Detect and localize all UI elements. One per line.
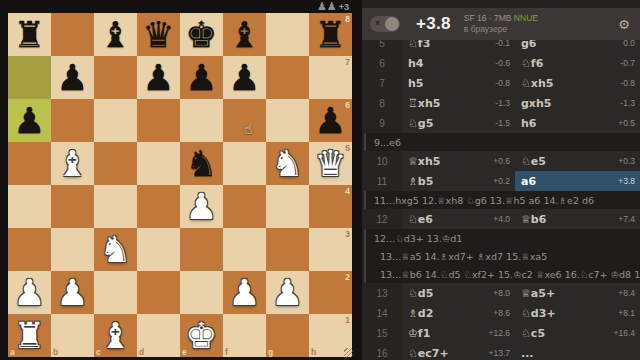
black-move-16[interactable]: ... (515, 343, 640, 360)
engine-name: SF 16 · 7MB (464, 13, 512, 23)
move-number: 14 (362, 303, 402, 323)
black-move-8[interactable]: gxh5-1.3 (515, 93, 640, 113)
square-h5[interactable]: ♛5 (309, 142, 352, 185)
white-move-7[interactable]: h5-0.8 (402, 73, 515, 93)
square-g3[interactable] (266, 228, 309, 271)
square-d2[interactable] (137, 271, 180, 314)
move-row-16: 16♘ec7++13.7... (362, 343, 640, 360)
piece-white-pawn[interactable]: ♟ (180, 185, 223, 228)
white-move-16[interactable]: ♘ec7++13.7 (402, 343, 515, 360)
black-move-15[interactable]: ♘c5+16.4 (515, 323, 640, 343)
square-c8[interactable]: ♝ (94, 13, 137, 56)
engine-header: × +3.8 SF 16 · 7MB NNUE в браузере ⚙ (362, 8, 640, 40)
move-row-7: 7h5-0.8♘xh5-0.8 (362, 73, 640, 93)
piece-white-pawn[interactable]: ♟ (51, 271, 94, 314)
move-eval: -1.3 (495, 98, 510, 108)
move-eval: +12.6 (488, 328, 510, 338)
piece-black-bishop[interactable]: ♝ (223, 13, 266, 56)
move-san: ♘e6 (408, 213, 433, 226)
piece-black-pawn[interactable]: ♟ (180, 56, 223, 99)
square-c7[interactable] (94, 56, 137, 99)
move-san: ♘c5 (521, 327, 545, 340)
square-b4[interactable] (51, 185, 94, 228)
move-eval: +8.0 (493, 288, 510, 298)
move-eval: +7.4 (618, 214, 635, 224)
board-resize-handle[interactable] (344, 348, 354, 358)
engine-location: в браузере (464, 24, 538, 35)
black-move-11[interactable]: a6+3.8 (515, 171, 640, 191)
coord-rank-3: 3 (345, 230, 350, 239)
square-g4[interactable] (266, 185, 309, 228)
move-san: ♘d5 (408, 287, 433, 300)
square-a8[interactable]: ♜ (8, 13, 51, 56)
move-san: ♔f1 (408, 327, 430, 340)
square-e3[interactable] (180, 228, 223, 271)
move-number: 16 (362, 343, 402, 360)
square-c4[interactable] (94, 185, 137, 228)
square-b1[interactable]: b (51, 314, 94, 357)
coord-rank-6: 6 (345, 101, 350, 110)
toggle-knob[interactable] (385, 17, 399, 31)
piece-white-pawn[interactable]: ♟ (223, 271, 266, 314)
square-f4[interactable] (223, 185, 266, 228)
square-h3[interactable]: 3 (309, 228, 352, 271)
move-san: a6 (521, 175, 536, 188)
square-a2[interactable]: ♟ (8, 271, 51, 314)
square-f2[interactable]: ♟ (223, 271, 266, 314)
engine-eval: +3.8 (416, 14, 451, 34)
square-f3[interactable] (223, 228, 266, 271)
square-a1[interactable]: ♜a (8, 314, 51, 357)
piece-white-bishop[interactable]: ♝ (51, 142, 94, 185)
coord-rank-4: 4 (345, 187, 350, 196)
move-row-8: 8♖xh5-1.3gxh5-1.3 (362, 93, 640, 113)
move-eval: +8.6 (493, 308, 510, 318)
coord-file-a: a (10, 348, 15, 357)
move-eval: +0.2 (493, 176, 510, 186)
coord-rank-7: 7 (345, 58, 350, 67)
white-move-8[interactable]: ♖xh5-1.3 (402, 93, 515, 113)
move-eval: +0.3 (618, 156, 635, 166)
white-move-13[interactable]: ♘d5+8.0 (402, 283, 515, 303)
square-e5[interactable]: ♞ (180, 142, 223, 185)
square-e8[interactable]: ♚ (180, 13, 223, 56)
move-san: gxh5 (521, 97, 551, 110)
square-g7[interactable] (266, 56, 309, 99)
variation-line[interactable]: 13...♕a5 14.♗xd7+ ♗xd7 15.♕xa5 (364, 247, 640, 265)
white-move-14[interactable]: ♗d2+8.6 (402, 303, 515, 323)
variation-line[interactable]: 13...♕b6 14.♘d5 ♘xf2+ 15.♔c2 ♕xe6 16.♘c7… (364, 265, 640, 283)
square-b5[interactable]: ♝ (51, 142, 94, 185)
black-move-12[interactable]: ♕b6+7.4 (515, 209, 640, 229)
square-c3[interactable]: ♞ (94, 228, 137, 271)
move-row-10: 10♕xh5+0.6♘e5+0.3 (362, 151, 640, 171)
move-eval: -0.7 (620, 58, 635, 68)
move-eval: +0.6 (493, 156, 510, 166)
move-san: ♖xh5 (408, 97, 440, 110)
move-san: ♘g5 (408, 117, 433, 130)
variation-line[interactable]: 11...hxg5 12.♕xh8 ♘g6 13.♕h5 a6 14.♗e2 d… (364, 191, 640, 209)
coord-file-g: g (268, 348, 273, 357)
toggle-close-icon: × (375, 19, 380, 28)
move-eval: +13.7 (488, 348, 510, 358)
square-g8[interactable] (266, 13, 309, 56)
move-eval: -0.8 (495, 78, 510, 88)
coord-rank-5: 5 (345, 144, 350, 153)
square-f7[interactable]: ♟ (223, 56, 266, 99)
engine-nnue-badge: NNUE (514, 13, 538, 23)
move-san: ♘e5 (521, 155, 546, 168)
square-f8[interactable]: ♝ (223, 13, 266, 56)
square-d5[interactable] (137, 142, 180, 185)
move-san: ♕xh5 (408, 155, 440, 168)
engine-info: SF 16 · 7MB NNUE в браузере (464, 13, 538, 34)
move-san: h4 (408, 57, 424, 70)
gear-icon[interactable]: ⚙ (618, 17, 630, 32)
piece-white-knight[interactable]: ♞ (266, 142, 309, 185)
move-number: 8 (362, 93, 402, 113)
coord-file-h: h (311, 348, 316, 357)
move-number: 10 (362, 151, 402, 171)
coord-rank-2: 2 (345, 273, 350, 282)
piece-black-bishop[interactable]: ♝ (94, 13, 137, 56)
coord-file-d: d (139, 348, 144, 357)
black-move-7[interactable]: ♘xh5-0.8 (515, 73, 640, 93)
square-d1[interactable]: d (137, 314, 180, 357)
square-d7[interactable]: ♟ (137, 56, 180, 99)
square-e7[interactable]: ♟ (180, 56, 223, 99)
piece-black-pawn[interactable]: ♟ (8, 99, 51, 142)
square-a4[interactable] (8, 185, 51, 228)
square-g2[interactable]: ♟ (266, 271, 309, 314)
square-d6[interactable] (137, 99, 180, 142)
move-eval: +3.8 (618, 176, 635, 186)
square-b3[interactable] (51, 228, 94, 271)
square-e1[interactable]: ♚e (180, 314, 223, 357)
variation-line[interactable]: 12...♘d3+ 13.♔d1 (364, 229, 640, 247)
move-san: ♘xh5 (521, 77, 553, 90)
piece-black-pawn[interactable]: ♟ (137, 56, 180, 99)
piece-black-rook[interactable]: ♜ (8, 13, 51, 56)
square-e4[interactable]: ♟ (180, 185, 223, 228)
material-advantage: +3 (339, 2, 349, 12)
move-number: 12 (362, 209, 402, 229)
move-san: ... (521, 347, 534, 360)
piece-black-queen[interactable]: ♛ (137, 13, 180, 56)
piece-black-knight[interactable]: ♞ (180, 142, 223, 185)
move-eval: -1.5 (495, 118, 510, 128)
move-san: ♕b6 (521, 213, 546, 226)
white-move-11[interactable]: ♗b5+0.2 (402, 171, 515, 191)
move-eval: -1.3 (620, 98, 635, 108)
move-eval: +0.5 (618, 118, 635, 128)
white-move-12[interactable]: ♘e6+4.0 (402, 209, 515, 229)
coord-file-e: e (182, 348, 187, 357)
move-row-9: 9♘g5-1.5h6+0.5 (362, 113, 640, 133)
square-h6[interactable]: ♟6 (309, 99, 352, 142)
move-number: 15 (362, 323, 402, 343)
piece-white-pawn[interactable]: ♟ (8, 271, 51, 314)
square-c1[interactable]: ♝c (94, 314, 137, 357)
engine-toggle[interactable]: × (370, 16, 400, 32)
move-number: 9 (362, 113, 402, 133)
black-move-10[interactable]: ♘e5+0.3 (515, 151, 640, 171)
square-h7[interactable]: 7 (309, 56, 352, 99)
square-f5[interactable] (223, 142, 266, 185)
piece-black-pawn[interactable]: ♟ (51, 56, 94, 99)
piece-white-pawn[interactable]: ♟ (266, 271, 309, 314)
variation-line[interactable]: 9...e6 (364, 133, 640, 151)
move-row-14: 14♗d2+8.6♘d3++8.1 (362, 303, 640, 323)
square-g6[interactable] (266, 99, 309, 142)
black-move-14[interactable]: ♘d3++8.1 (515, 303, 640, 323)
black-move-9[interactable]: h6+0.5 (515, 113, 640, 133)
piece-black-king[interactable]: ♚ (180, 13, 223, 56)
square-a5[interactable] (8, 142, 51, 185)
square-c5[interactable] (94, 142, 137, 185)
move-eval: +8.4 (618, 288, 635, 298)
square-h2[interactable]: 2 (309, 271, 352, 314)
white-move-15[interactable]: ♔f1+12.6 (402, 323, 515, 343)
white-move-10[interactable]: ♕xh5+0.6 (402, 151, 515, 171)
square-a7[interactable] (8, 56, 51, 99)
square-h8[interactable]: ♜8 (309, 13, 352, 56)
move-san: ♗d2 (408, 307, 433, 320)
move-san: h6 (521, 117, 537, 130)
square-f1[interactable]: f (223, 314, 266, 357)
coord-file-f: f (225, 348, 228, 357)
piece-black-pawn[interactable]: ♟ (223, 56, 266, 99)
piece-white-knight[interactable]: ♞ (94, 228, 137, 271)
analysis-app: ♟ ♟ +3 ♜♝♛♚♝♜8♟♟♟♟7♟♟6♝♞♞♛5♟4♞3♟♟♟♟2♜ab♝… (0, 0, 640, 360)
move-eval: +4.0 (493, 214, 510, 224)
material-bar: ♟ ♟ +3 (0, 0, 352, 13)
cursor-hand-icon: ☝ (244, 121, 253, 137)
white-move-9[interactable]: ♘g5-1.5 (402, 113, 515, 133)
move-row-12: 12♘e6+4.0♕b6+7.4 (362, 209, 640, 229)
move-number: 7 (362, 73, 402, 93)
coord-file-b: b (53, 348, 58, 357)
coord-rank-8: 8 (345, 15, 350, 24)
square-b2[interactable]: ♟ (51, 271, 94, 314)
square-d3[interactable] (137, 228, 180, 271)
captured-pawn-icon: ♟ (327, 1, 337, 12)
move-number: 13 (362, 283, 402, 303)
move-eval: -0.6 (495, 58, 510, 68)
move-number: 6 (362, 53, 402, 73)
move-san: h5 (408, 77, 424, 90)
move-eval: -0.8 (620, 78, 635, 88)
square-h4[interactable]: 4 (309, 185, 352, 228)
square-g1[interactable]: g (266, 314, 309, 357)
square-e2[interactable] (180, 271, 223, 314)
white-move-6[interactable]: h4-0.6 (402, 53, 515, 73)
black-move-6[interactable]: ♘f6-0.7 (515, 53, 640, 73)
square-e6[interactable] (180, 99, 223, 142)
move-san: ♘f6 (521, 57, 543, 70)
move-row-15: 15♔f1+12.6♘c5+16.4 (362, 323, 640, 343)
square-b7[interactable]: ♟ (51, 56, 94, 99)
coord-file-c: c (96, 348, 101, 357)
move-eval: +8.1 (618, 308, 635, 318)
chess-board[interactable]: ♜♝♛♚♝♜8♟♟♟♟7♟♟6♝♞♞♛5♟4♞3♟♟♟♟2♜ab♝cd♚efg1… (8, 13, 352, 357)
analysis-panel: × +3.8 SF 16 · 7MB NNUE в браузере ⚙ 5♘f… (362, 0, 640, 360)
move-san: ♘d3+ (521, 307, 556, 320)
square-b8[interactable] (51, 13, 94, 56)
square-d8[interactable]: ♛ (137, 13, 180, 56)
move-row-11: 11♗b5+0.2a6+3.8 (362, 171, 640, 191)
move-san: ♗b5 (408, 175, 433, 188)
square-b6[interactable] (51, 99, 94, 142)
square-c2[interactable] (94, 271, 137, 314)
move-san: ♕a5+ (521, 287, 555, 300)
square-a3[interactable] (8, 228, 51, 271)
black-move-13[interactable]: ♕a5++8.4 (515, 283, 640, 303)
square-g5[interactable]: ♞ (266, 142, 309, 185)
move-row-6: 6h4-0.6♘f6-0.7 (362, 53, 640, 73)
captured-pawn-icon: ♟ (317, 1, 327, 12)
square-a6[interactable]: ♟ (8, 99, 51, 142)
square-c6[interactable] (94, 99, 137, 142)
square-d4[interactable] (137, 185, 180, 228)
coord-rank-1: 1 (345, 316, 350, 325)
move-list: 5♘f3-0.1g60.06h4-0.6♘f6-0.77h5-0.8♘xh5-0… (362, 33, 640, 360)
move-eval: +16.4 (613, 328, 635, 338)
move-row-13: 13♘d5+8.0♕a5++8.4 (362, 283, 640, 303)
move-number: 11 (362, 171, 402, 191)
move-san: ♘ec7+ (408, 347, 449, 360)
